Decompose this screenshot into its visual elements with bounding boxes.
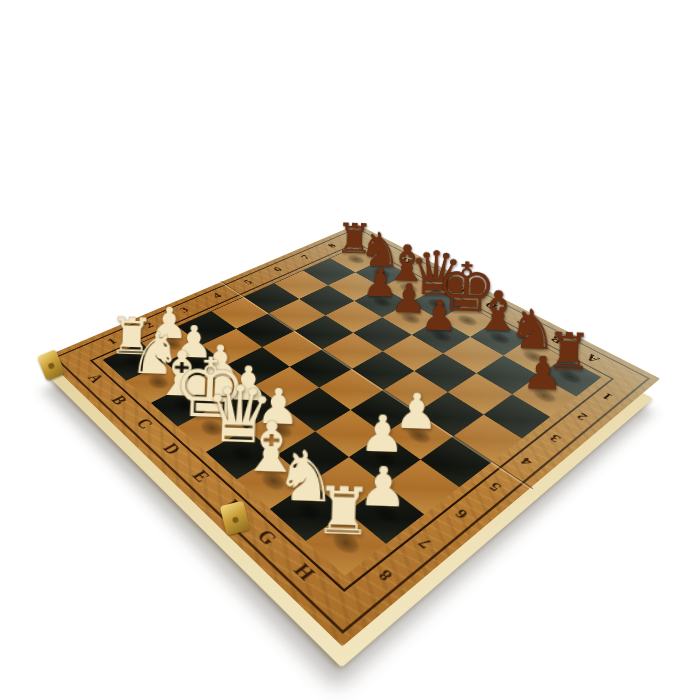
product-photo-scene: AABBCCDDEEFFGGHH1122334455667788♜♞♝♚♛♝♞♜…: [0, 0, 700, 700]
pawn-glyph: ♟: [359, 408, 406, 460]
pawn-glyph: ♟: [521, 350, 564, 397]
rook-glyph: ♜: [313, 478, 373, 545]
